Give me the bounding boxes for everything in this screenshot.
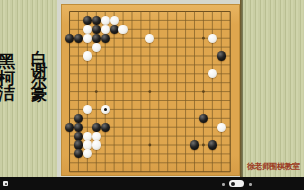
stone-white (110, 16, 119, 25)
go-board[interactable] (61, 4, 240, 176)
stone-white (145, 34, 154, 43)
stone-black (74, 123, 83, 132)
corner-control-icon[interactable] (3, 181, 8, 186)
stone-black (74, 34, 83, 43)
stone-black (92, 123, 101, 132)
go-app-screen: 黑柯洁 白谢尔豪 徐老师围棋教室 (0, 0, 304, 190)
stone-white (101, 25, 110, 34)
stone-black (74, 149, 83, 158)
white-player-name: 谢尔豪 (30, 49, 49, 85)
last-move-marker (104, 108, 107, 111)
board-area (57, 0, 243, 177)
playback-toggle[interactable] (229, 180, 244, 187)
stone-white (92, 43, 101, 52)
white-player-column: 白谢尔豪 (28, 37, 49, 85)
stone-white (83, 140, 92, 149)
stone-black (74, 132, 83, 141)
stone-black (74, 140, 83, 149)
watermark-text: 徐老师围棋教室 (247, 161, 303, 172)
toggle-knob-icon (231, 182, 235, 186)
stone-black (199, 114, 208, 123)
stone-white (83, 149, 92, 158)
stone-white (208, 69, 217, 78)
stone-black (101, 34, 110, 43)
stone-black (92, 16, 101, 25)
stone-black (190, 140, 199, 149)
stone-white (118, 25, 127, 34)
stone-black (101, 123, 110, 132)
toolbar-dot-icon (249, 183, 252, 186)
stone-black (74, 114, 83, 123)
stone-white (101, 16, 110, 25)
toolbar-dot-icon (222, 183, 225, 186)
stone-white (83, 105, 92, 114)
stone-white (92, 132, 101, 141)
stone-white (92, 140, 101, 149)
stone-black (92, 34, 101, 43)
stone-black (208, 140, 217, 149)
stone-white (101, 105, 110, 114)
stone-black (65, 123, 74, 132)
stone-white (83, 132, 92, 141)
black-player-column: 黑柯洁 (0, 40, 19, 85)
black-player-name: 柯洁 (0, 55, 17, 85)
stone-black (92, 25, 101, 34)
player-sidebar: 黑柯洁 白谢尔豪 (0, 0, 57, 177)
black-label: 黑 (0, 40, 17, 55)
stone-white (217, 123, 226, 132)
stone-white (208, 34, 217, 43)
right-background: 徐老师围棋教室 (243, 0, 304, 177)
stone-black (110, 25, 119, 34)
bottom-toolbar (0, 177, 304, 190)
white-label: 白 (30, 37, 49, 49)
stone-black (65, 34, 74, 43)
stones-layer (61, 4, 240, 176)
stone-white (83, 34, 92, 43)
stone-white (83, 25, 92, 34)
stone-black (217, 51, 226, 60)
stone-white (83, 51, 92, 60)
stone-black (83, 16, 92, 25)
